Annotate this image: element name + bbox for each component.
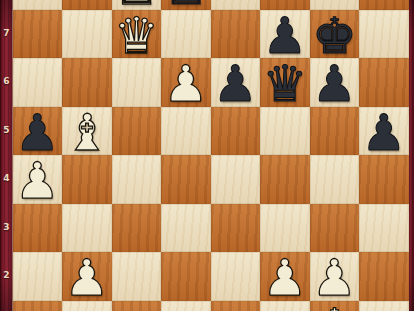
black-queen-f6[interactable]: ♛ <box>260 60 310 109</box>
square-a4[interactable]: ♟ <box>13 155 63 204</box>
square-h4[interactable] <box>359 155 409 204</box>
square-d2[interactable] <box>161 252 211 301</box>
white-king-g1[interactable]: ♚ <box>310 303 360 311</box>
square-h1[interactable] <box>359 301 409 311</box>
white-pawn-d6[interactable]: ♟ <box>161 60 211 109</box>
square-f6[interactable]: ♛ <box>260 58 310 107</box>
square-a1[interactable] <box>13 301 63 311</box>
square-d6[interactable]: ♟ <box>161 58 211 107</box>
square-b8[interactable] <box>62 0 112 10</box>
square-b7[interactable] <box>62 10 112 59</box>
square-f4[interactable] <box>260 155 310 204</box>
square-f7[interactable]: ♟ <box>260 10 310 59</box>
square-b5[interactable]: ♝ <box>62 107 112 156</box>
square-c2[interactable] <box>112 252 162 301</box>
square-a2[interactable] <box>13 252 63 301</box>
black-pawn-h5[interactable]: ♟ <box>359 109 409 158</box>
square-b1[interactable] <box>62 301 112 311</box>
square-h2[interactable] <box>359 252 409 301</box>
square-e6[interactable]: ♟ <box>211 58 261 107</box>
square-c5[interactable] <box>112 107 162 156</box>
square-g6[interactable]: ♟ <box>310 58 360 107</box>
square-c4[interactable] <box>112 155 162 204</box>
square-d3[interactable] <box>161 204 211 253</box>
rank-label-7: 7 <box>1 28 12 38</box>
black-pawn-g6[interactable]: ♟ <box>310 60 360 109</box>
white-pawn-b2[interactable]: ♟ <box>62 254 112 303</box>
black-pawn-e6[interactable]: ♟ <box>211 60 261 109</box>
white-pawn-g2[interactable]: ♟ <box>310 254 360 303</box>
square-d5[interactable] <box>161 107 211 156</box>
square-e2[interactable] <box>211 252 261 301</box>
black-pawn-a5[interactable]: ♟ <box>13 109 63 158</box>
rank-label-4: 4 <box>1 173 12 183</box>
square-a3[interactable] <box>13 204 63 253</box>
square-h6[interactable] <box>359 58 409 107</box>
black-pawn-f7[interactable]: ♟ <box>260 12 310 61</box>
square-d7[interactable] <box>161 10 211 59</box>
square-e3[interactable] <box>211 204 261 253</box>
square-c6[interactable] <box>112 58 162 107</box>
square-h8[interactable] <box>359 0 409 10</box>
square-a5[interactable]: ♟ <box>13 107 63 156</box>
square-g2[interactable]: ♟ <box>310 252 360 301</box>
rank-label-3: 3 <box>1 222 12 232</box>
square-b3[interactable] <box>62 204 112 253</box>
square-e4[interactable] <box>211 155 261 204</box>
square-f2[interactable]: ♟ <box>260 252 310 301</box>
rank-label-6: 6 <box>1 76 12 86</box>
square-a8[interactable] <box>13 0 63 10</box>
square-c3[interactable] <box>112 204 162 253</box>
square-a7[interactable] <box>13 10 63 59</box>
square-c1[interactable] <box>112 301 162 311</box>
square-g5[interactable] <box>310 107 360 156</box>
square-f5[interactable] <box>260 107 310 156</box>
square-e8[interactable] <box>211 0 261 10</box>
white-bishop-b5[interactable]: ♝ <box>62 109 112 158</box>
rank-label-2: 2 <box>1 270 12 280</box>
white-pawn-a4[interactable]: ♟ <box>13 157 63 206</box>
square-h7[interactable] <box>359 10 409 59</box>
square-b2[interactable]: ♟ <box>62 252 112 301</box>
square-g4[interactable] <box>310 155 360 204</box>
square-h3[interactable] <box>359 204 409 253</box>
square-f3[interactable] <box>260 204 310 253</box>
square-e7[interactable] <box>211 10 261 59</box>
square-a6[interactable] <box>13 58 63 107</box>
square-b4[interactable] <box>62 155 112 204</box>
square-g3[interactable] <box>310 204 360 253</box>
rank-label-5: 5 <box>1 125 12 135</box>
square-d1[interactable] <box>161 301 211 311</box>
square-g7[interactable]: ♚ <box>310 10 360 59</box>
chess-board: ♜♜♛♟♚♟♟♛♟♟♝♟♟♟♟♟♚ 87654321 <box>0 0 414 311</box>
square-b6[interactable] <box>62 58 112 107</box>
square-c7[interactable]: ♛ <box>112 10 162 59</box>
square-d4[interactable] <box>161 155 211 204</box>
board-grid: ♜♜♛♟♚♟♟♛♟♟♝♟♟♟♟♟♚ <box>13 0 409 311</box>
square-f1[interactable] <box>260 301 310 311</box>
white-queen-c7[interactable]: ♛ <box>112 12 162 61</box>
square-e5[interactable] <box>211 107 261 156</box>
square-g1[interactable]: ♚ <box>310 301 360 311</box>
square-e1[interactable] <box>211 301 261 311</box>
square-h5[interactable]: ♟ <box>359 107 409 156</box>
white-pawn-f2[interactable]: ♟ <box>260 254 310 303</box>
black-king-g7[interactable]: ♚ <box>310 12 360 61</box>
square-d8[interactable]: ♜ <box>161 0 211 10</box>
